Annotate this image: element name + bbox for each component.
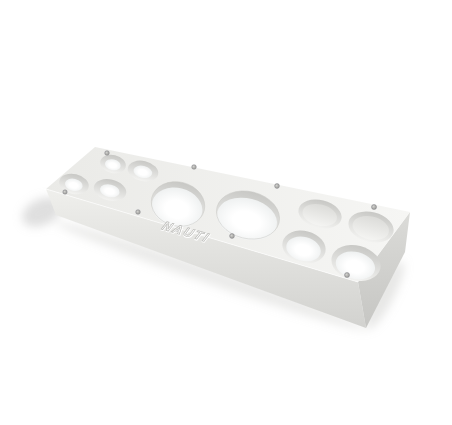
product-photo: NAUTI NAUTI [0,0,452,425]
product-photo-svg: NAUTI NAUTI [0,0,452,425]
screw [345,273,350,278]
screw [63,190,67,194]
screw [230,234,235,239]
screw [372,205,377,210]
screw [105,151,110,156]
screw [275,184,280,189]
screw [192,165,197,170]
screw [136,210,141,215]
